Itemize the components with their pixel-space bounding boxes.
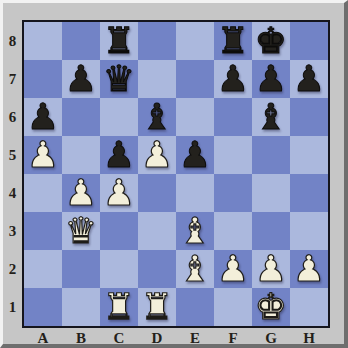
white-pawn-b4[interactable]: ♟ [65, 175, 97, 211]
square-b5[interactable] [62, 136, 100, 174]
square-f1[interactable] [214, 288, 252, 326]
white-pawn-d5[interactable]: ♟ [141, 137, 173, 173]
square-d1[interactable]: ♜ [138, 288, 176, 326]
square-e3[interactable]: ♝ [176, 212, 214, 250]
rank-label-8: 8 [3, 22, 22, 60]
square-e6[interactable] [176, 98, 214, 136]
square-d2[interactable] [138, 250, 176, 288]
square-h8[interactable] [290, 22, 328, 60]
square-b6[interactable] [62, 98, 100, 136]
square-a8[interactable] [24, 22, 62, 60]
square-h6[interactable] [290, 98, 328, 136]
square-d5[interactable]: ♟ [138, 136, 176, 174]
square-b3[interactable]: ♛ [62, 212, 100, 250]
file-label-a: A [24, 330, 62, 347]
square-b8[interactable] [62, 22, 100, 60]
file-label-g: G [252, 330, 290, 347]
square-c3[interactable] [100, 212, 138, 250]
file-label-b: B [62, 330, 100, 347]
board-border: ♜♜♚♟♛♟♟♟♟♝♝♟♟♟♟♟♟♛♝♝♟♟♟♜♜♚ [22, 20, 330, 328]
white-pawn-f2[interactable]: ♟ [217, 251, 249, 287]
square-c8[interactable]: ♜ [100, 22, 138, 60]
square-b2[interactable] [62, 250, 100, 288]
square-g1[interactable]: ♚ [252, 288, 290, 326]
file-label-f: F [214, 330, 252, 347]
square-c7[interactable]: ♛ [100, 60, 138, 98]
black-bishop-g6[interactable]: ♝ [255, 99, 287, 135]
file-label-d: D [138, 330, 176, 347]
file-label-c: C [100, 330, 138, 347]
chess-board: ♜♜♚♟♛♟♟♟♟♝♝♟♟♟♟♟♟♛♝♝♟♟♟♜♜♚ [24, 22, 328, 326]
square-g7[interactable]: ♟ [252, 60, 290, 98]
square-f6[interactable] [214, 98, 252, 136]
rank-label-5: 5 [3, 136, 22, 174]
square-f8[interactable]: ♜ [214, 22, 252, 60]
black-pawn-a6[interactable]: ♟ [27, 99, 59, 135]
square-a4[interactable] [24, 174, 62, 212]
square-d7[interactable] [138, 60, 176, 98]
square-c5[interactable]: ♟ [100, 136, 138, 174]
rank-label-3: 3 [3, 212, 22, 250]
square-h3[interactable] [290, 212, 328, 250]
square-g5[interactable] [252, 136, 290, 174]
square-e2[interactable]: ♝ [176, 250, 214, 288]
white-rook-d1[interactable]: ♜ [141, 289, 173, 325]
square-a1[interactable] [24, 288, 62, 326]
square-g4[interactable] [252, 174, 290, 212]
black-queen-c7[interactable]: ♛ [103, 61, 135, 97]
square-f4[interactable] [214, 174, 252, 212]
square-e7[interactable] [176, 60, 214, 98]
rank-labels: 87654321 [3, 22, 22, 326]
square-a6[interactable]: ♟ [24, 98, 62, 136]
square-e1[interactable] [176, 288, 214, 326]
square-b1[interactable] [62, 288, 100, 326]
white-queen-b3[interactable]: ♛ [65, 213, 97, 249]
square-f3[interactable] [214, 212, 252, 250]
black-pawn-g7[interactable]: ♟ [255, 61, 287, 97]
square-h7[interactable]: ♟ [290, 60, 328, 98]
white-bishop-e3[interactable]: ♝ [179, 213, 211, 249]
white-pawn-a5[interactable]: ♟ [27, 137, 59, 173]
square-d8[interactable] [138, 22, 176, 60]
square-g8[interactable]: ♚ [252, 22, 290, 60]
square-a2[interactable] [24, 250, 62, 288]
square-e5[interactable]: ♟ [176, 136, 214, 174]
square-e4[interactable] [176, 174, 214, 212]
board-frame: 87654321 ♜♜♚♟♛♟♟♟♟♝♝♟♟♟♟♟♟♛♝♝♟♟♟♜♜♚ ABCD… [0, 0, 348, 348]
rank-label-6: 6 [3, 98, 22, 136]
square-f7[interactable]: ♟ [214, 60, 252, 98]
square-d3[interactable] [138, 212, 176, 250]
black-king-g8[interactable]: ♚ [255, 23, 287, 59]
white-pawn-g2[interactable]: ♟ [255, 251, 287, 287]
file-label-e: E [176, 330, 214, 347]
black-pawn-f7[interactable]: ♟ [217, 61, 249, 97]
square-g3[interactable] [252, 212, 290, 250]
square-a5[interactable]: ♟ [24, 136, 62, 174]
square-e8[interactable] [176, 22, 214, 60]
white-rook-c1[interactable]: ♜ [103, 289, 135, 325]
square-a3[interactable] [24, 212, 62, 250]
white-pawn-c4[interactable]: ♟ [103, 175, 135, 211]
black-pawn-b7[interactable]: ♟ [65, 61, 97, 97]
square-h2[interactable]: ♟ [290, 250, 328, 288]
white-pawn-h2[interactable]: ♟ [293, 251, 325, 287]
square-c2[interactable] [100, 250, 138, 288]
square-c6[interactable] [100, 98, 138, 136]
square-d6[interactable]: ♝ [138, 98, 176, 136]
square-b7[interactable]: ♟ [62, 60, 100, 98]
square-h4[interactable] [290, 174, 328, 212]
black-pawn-e5[interactable]: ♟ [179, 137, 211, 173]
square-g2[interactable]: ♟ [252, 250, 290, 288]
square-d4[interactable] [138, 174, 176, 212]
white-bishop-e2[interactable]: ♝ [179, 251, 211, 287]
black-pawn-c5[interactable]: ♟ [103, 137, 135, 173]
square-c1[interactable]: ♜ [100, 288, 138, 326]
square-f5[interactable] [214, 136, 252, 174]
square-f2[interactable]: ♟ [214, 250, 252, 288]
square-h5[interactable] [290, 136, 328, 174]
square-c4[interactable]: ♟ [100, 174, 138, 212]
square-g6[interactable]: ♝ [252, 98, 290, 136]
file-labels: ABCDEFGH [24, 330, 328, 344]
black-pawn-h7[interactable]: ♟ [293, 61, 325, 97]
square-a7[interactable] [24, 60, 62, 98]
rank-label-7: 7 [3, 60, 22, 98]
black-rook-c8[interactable]: ♜ [103, 23, 135, 59]
white-king-g1[interactable]: ♚ [255, 289, 287, 325]
square-b4[interactable]: ♟ [62, 174, 100, 212]
file-label-h: H [290, 330, 328, 347]
square-h1[interactable] [290, 288, 328, 326]
black-rook-f8[interactable]: ♜ [217, 23, 249, 59]
rank-label-2: 2 [3, 250, 22, 288]
rank-label-1: 1 [3, 288, 22, 326]
black-bishop-d6[interactable]: ♝ [141, 99, 173, 135]
rank-label-4: 4 [3, 174, 22, 212]
